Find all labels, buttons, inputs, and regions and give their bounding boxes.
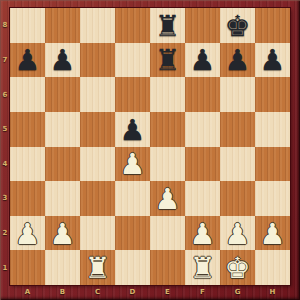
- square-g4[interactable]: [220, 147, 255, 182]
- chess-board: ♜♚♟♟♜♟♟♟♟♟♟♟♟♟♟♟♜♜♚: [10, 8, 290, 285]
- square-b3[interactable]: [45, 181, 80, 216]
- square-a8[interactable]: [10, 8, 45, 43]
- square-g1[interactable]: ♚: [220, 250, 255, 285]
- square-h5[interactable]: [255, 112, 290, 147]
- square-d2[interactable]: [115, 216, 150, 251]
- file-label-e: E: [150, 285, 185, 298]
- square-c7[interactable]: [80, 43, 115, 78]
- rank-label-4: 4: [0, 147, 10, 182]
- rank-labels: 87654321: [0, 8, 10, 285]
- chessboard-frame: ♜♚♟♟♜♟♟♟♟♟♟♟♟♟♟♟♜♜♚ 87654321 ABCDEFGH: [0, 0, 300, 300]
- file-label-a: A: [10, 285, 45, 298]
- rank-label-2: 2: [0, 216, 10, 251]
- square-e4[interactable]: [150, 147, 185, 182]
- square-f5[interactable]: [185, 112, 220, 147]
- piece-white-pawn[interactable]: ♟: [15, 217, 41, 251]
- square-e1[interactable]: [150, 250, 185, 285]
- piece-white-pawn[interactable]: ♟: [190, 217, 216, 251]
- square-c5[interactable]: [80, 112, 115, 147]
- piece-black-pawn[interactable]: ♟: [15, 43, 41, 77]
- rank-label-7: 7: [0, 43, 10, 78]
- piece-white-pawn[interactable]: ♟: [120, 147, 146, 181]
- piece-black-pawn[interactable]: ♟: [225, 43, 251, 77]
- rank-label-8: 8: [0, 8, 10, 43]
- square-e6[interactable]: [150, 77, 185, 112]
- square-d1[interactable]: [115, 250, 150, 285]
- file-label-d: D: [115, 285, 150, 298]
- square-g2[interactable]: ♟: [220, 216, 255, 251]
- square-f4[interactable]: [185, 147, 220, 182]
- square-c4[interactable]: [80, 147, 115, 182]
- square-c2[interactable]: [80, 216, 115, 251]
- square-e2[interactable]: [150, 216, 185, 251]
- piece-black-king[interactable]: ♚: [225, 9, 251, 43]
- file-label-f: F: [185, 285, 220, 298]
- piece-black-pawn[interactable]: ♟: [260, 43, 286, 77]
- piece-white-king[interactable]: ♚: [225, 251, 251, 285]
- square-a2[interactable]: ♟: [10, 216, 45, 251]
- square-f7[interactable]: ♟: [185, 43, 220, 78]
- rank-label-5: 5: [0, 112, 10, 147]
- square-e8[interactable]: ♜: [150, 8, 185, 43]
- square-g3[interactable]: [220, 181, 255, 216]
- square-d3[interactable]: [115, 181, 150, 216]
- square-f1[interactable]: ♜: [185, 250, 220, 285]
- square-d4[interactable]: ♟: [115, 147, 150, 182]
- square-b7[interactable]: ♟: [45, 43, 80, 78]
- square-f6[interactable]: [185, 77, 220, 112]
- piece-black-rook[interactable]: ♜: [155, 43, 181, 77]
- square-b5[interactable]: [45, 112, 80, 147]
- square-b6[interactable]: [45, 77, 80, 112]
- square-e7[interactable]: ♜: [150, 43, 185, 78]
- square-g6[interactable]: [220, 77, 255, 112]
- square-f3[interactable]: [185, 181, 220, 216]
- square-e3[interactable]: ♟: [150, 181, 185, 216]
- square-a3[interactable]: [10, 181, 45, 216]
- file-label-c: C: [80, 285, 115, 298]
- square-g8[interactable]: ♚: [220, 8, 255, 43]
- square-a5[interactable]: [10, 112, 45, 147]
- piece-white-pawn[interactable]: ♟: [155, 182, 181, 216]
- rank-label-1: 1: [0, 250, 10, 285]
- square-f8[interactable]: [185, 8, 220, 43]
- square-d5[interactable]: ♟: [115, 112, 150, 147]
- square-h8[interactable]: [255, 8, 290, 43]
- piece-white-pawn[interactable]: ♟: [50, 217, 76, 251]
- piece-black-rook[interactable]: ♜: [155, 9, 181, 43]
- file-label-g: G: [220, 285, 255, 298]
- square-b2[interactable]: ♟: [45, 216, 80, 251]
- piece-black-pawn[interactable]: ♟: [50, 43, 76, 77]
- square-a4[interactable]: [10, 147, 45, 182]
- file-labels: ABCDEFGH: [10, 285, 290, 298]
- piece-white-rook[interactable]: ♜: [190, 251, 216, 285]
- square-c1[interactable]: ♜: [80, 250, 115, 285]
- square-d7[interactable]: [115, 43, 150, 78]
- square-h1[interactable]: [255, 250, 290, 285]
- square-g7[interactable]: ♟: [220, 43, 255, 78]
- piece-white-rook[interactable]: ♜: [85, 251, 111, 285]
- square-h4[interactable]: [255, 147, 290, 182]
- piece-white-pawn[interactable]: ♟: [225, 217, 251, 251]
- square-c6[interactable]: [80, 77, 115, 112]
- square-b1[interactable]: [45, 250, 80, 285]
- square-b4[interactable]: [45, 147, 80, 182]
- square-a6[interactable]: [10, 77, 45, 112]
- square-h2[interactable]: ♟: [255, 216, 290, 251]
- square-d8[interactable]: [115, 8, 150, 43]
- square-c3[interactable]: [80, 181, 115, 216]
- square-d6[interactable]: [115, 77, 150, 112]
- square-e5[interactable]: [150, 112, 185, 147]
- square-h7[interactable]: ♟: [255, 43, 290, 78]
- piece-black-pawn[interactable]: ♟: [190, 43, 216, 77]
- square-f2[interactable]: ♟: [185, 216, 220, 251]
- rank-label-6: 6: [0, 77, 10, 112]
- file-label-b: B: [45, 285, 80, 298]
- file-label-h: H: [255, 285, 290, 298]
- piece-black-pawn[interactable]: ♟: [120, 113, 146, 147]
- rank-label-3: 3: [0, 181, 10, 216]
- square-h3[interactable]: [255, 181, 290, 216]
- square-a7[interactable]: ♟: [10, 43, 45, 78]
- piece-white-pawn[interactable]: ♟: [260, 217, 286, 251]
- square-h6[interactable]: [255, 77, 290, 112]
- square-g5[interactable]: [220, 112, 255, 147]
- square-b8[interactable]: [45, 8, 80, 43]
- square-c8[interactable]: [80, 8, 115, 43]
- square-a1[interactable]: [10, 250, 45, 285]
